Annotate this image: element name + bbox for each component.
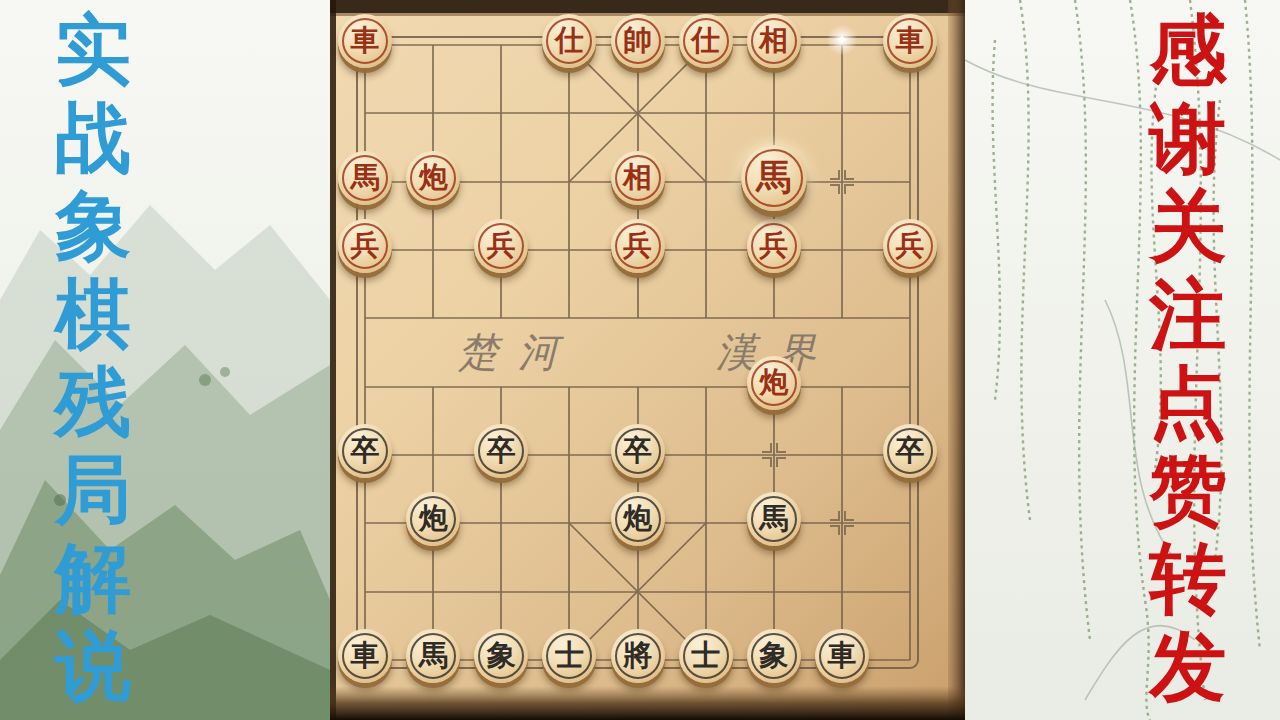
piece-black-chariot[interactable]: 車	[338, 629, 392, 683]
left-banner: 实战象棋残局解说	[38, 6, 148, 710]
piece-red-advisor[interactable]: 仕	[542, 14, 596, 68]
piece-black-soldier[interactable]: 卒	[338, 424, 392, 478]
piece-black-general[interactable]: 將	[611, 629, 665, 683]
banner-char: 点	[1150, 358, 1227, 446]
piece-black-horse[interactable]: 馬	[747, 492, 801, 546]
piece-black-elephant[interactable]: 象	[474, 629, 528, 683]
piece-red-elephant[interactable]: 相	[747, 14, 801, 68]
page: 实战象棋残局解说	[0, 0, 1280, 720]
piece-black-advisor[interactable]: 士	[542, 629, 596, 683]
river-label-chuhe: 楚河	[458, 320, 578, 384]
piece-red-general[interactable]: 帥	[611, 14, 665, 68]
piece-red-chariot[interactable]: 車	[338, 14, 392, 68]
piece-red-advisor[interactable]: 仕	[679, 14, 733, 68]
piece-black-elephant[interactable]: 象	[747, 629, 801, 683]
piece-black-soldier[interactable]: 卒	[474, 424, 528, 478]
banner-char: 解	[55, 534, 131, 622]
banner-char: 转	[1150, 534, 1227, 622]
piece-black-cannon[interactable]: 炮	[611, 492, 665, 546]
piece-red-chariot[interactable]: 車	[883, 14, 937, 68]
piece-red-soldier[interactable]: 兵	[883, 219, 937, 273]
board-grid	[330, 0, 965, 720]
piece-red-soldier[interactable]: 兵	[747, 219, 801, 273]
banner-char: 说	[55, 622, 131, 710]
piece-red-horse[interactable]: 馬	[741, 145, 807, 211]
right-banner-panel: 感谢关注点赞转发	[965, 0, 1280, 720]
banner-char: 象	[55, 182, 131, 270]
banner-char: 赞	[1150, 446, 1227, 534]
piece-red-soldier[interactable]: 兵	[474, 219, 528, 273]
banner-char: 谢	[1150, 94, 1227, 182]
banner-char: 战	[55, 94, 131, 182]
piece-red-cannon[interactable]: 炮	[747, 356, 801, 410]
banner-char: 注	[1150, 270, 1227, 358]
right-banner: 感谢关注点赞转发	[1133, 6, 1243, 710]
banner-char: 棋	[55, 270, 131, 358]
banner-char: 关	[1150, 182, 1227, 270]
piece-black-horse[interactable]: 馬	[406, 629, 460, 683]
banner-char: 感	[1150, 6, 1227, 94]
piece-red-soldier[interactable]: 兵	[611, 219, 665, 273]
piece-black-chariot[interactable]: 車	[815, 629, 869, 683]
banner-char: 实	[55, 6, 131, 94]
banner-char: 局	[55, 446, 131, 534]
banner-char: 残	[55, 358, 131, 446]
piece-black-soldier[interactable]: 卒	[883, 424, 937, 478]
piece-red-soldier[interactable]: 兵	[338, 219, 392, 273]
piece-red-elephant[interactable]: 相	[611, 151, 665, 205]
piece-black-soldier[interactable]: 卒	[611, 424, 665, 478]
piece-black-advisor[interactable]: 士	[679, 629, 733, 683]
xiangqi-board[interactable]: 楚河 漢界 車仕帥仕相車馬炮相馬兵兵兵兵兵炮卒卒卒卒炮炮馬車馬象士將士象車 ✦	[330, 0, 965, 720]
piece-red-horse[interactable]: 馬	[338, 151, 392, 205]
left-banner-panel: 实战象棋残局解说	[0, 0, 330, 720]
piece-red-cannon[interactable]: 炮	[406, 151, 460, 205]
banner-char: 发	[1150, 622, 1227, 710]
